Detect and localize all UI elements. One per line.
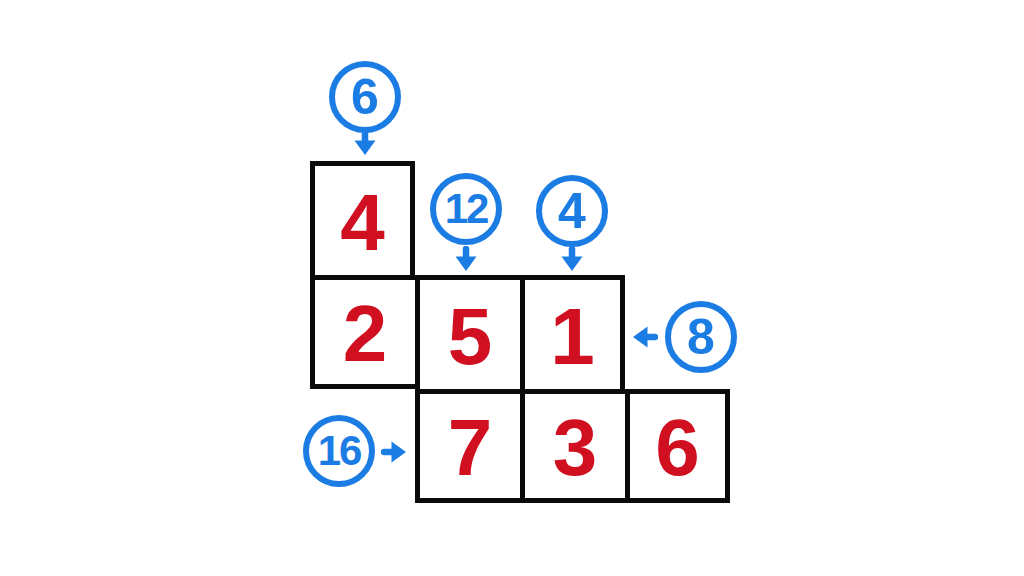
cell-r2c3: 1 [520,275,625,389]
cell-value: 2 [343,290,388,374]
cell-r3c4: 6 [625,389,730,503]
cell-r3c3: 3 [520,389,625,503]
clue-circle-row2: 8 [665,301,737,373]
cell-value: 4 [340,179,385,263]
cell-r3c2: 7 [415,389,520,503]
cell-value: 1 [550,293,595,377]
cell-value: 3 [553,404,598,488]
clue-value: 12 [445,188,488,230]
clue-value: 6 [351,72,379,122]
clue-value: 8 [687,312,715,362]
cell-value: 7 [448,404,493,488]
clue-value: 16 [318,430,361,472]
right-arrow-icon [381,439,407,465]
clue-circle-col3: 4 [536,175,608,247]
left-arrow-icon [632,324,658,350]
clue-value: 4 [558,186,586,236]
down-arrow-icon [559,246,585,272]
puzzle-canvas: 4 2 5 1 7 3 6 6 12 [0,0,1024,576]
clue-circle-col2: 12 [430,173,502,245]
clue-circle-row3: 16 [303,415,375,487]
down-arrow-icon [453,246,479,272]
down-arrow-icon [352,130,378,156]
empty-cell [625,161,730,275]
cell-r2c2: 5 [415,275,520,389]
cell-value: 6 [655,404,700,488]
cell-r2c1: 2 [310,275,415,389]
cell-value: 5 [448,293,493,377]
clue-circle-col1: 6 [329,61,401,133]
cell-r1c1: 4 [310,161,415,275]
